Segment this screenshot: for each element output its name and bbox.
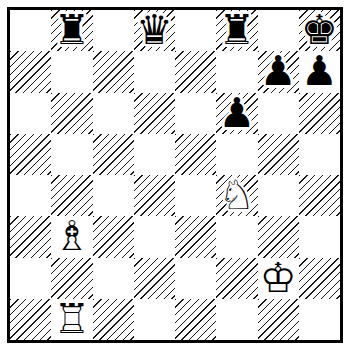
square-g8[interactable] [258,10,299,51]
square-a4[interactable] [10,175,51,216]
square-b6[interactable] [51,93,92,134]
square-a5[interactable] [10,134,51,175]
square-c3[interactable] [93,216,134,257]
square-c5[interactable] [93,134,134,175]
white-king: ♚♔ [258,258,299,299]
square-h6[interactable] [299,93,340,134]
square-f4[interactable]: ♞♘ [216,175,257,216]
square-g4[interactable] [258,175,299,216]
square-b8[interactable]: ♜♜ [51,10,92,51]
piece-glyph: ♘ [216,175,257,216]
square-e8[interactable] [175,10,216,51]
square-b3[interactable]: ♝♗ [51,216,92,257]
square-f8[interactable]: ♜♜ [216,10,257,51]
square-c4[interactable] [93,175,134,216]
square-b7[interactable] [51,51,92,92]
piece-glyph: ♖ [51,299,92,340]
square-b1[interactable]: ♜♖ [51,299,92,340]
black-rook: ♜♜ [216,10,257,51]
piece-glyph: ♛ [134,10,175,51]
square-f6[interactable]: ♟♟ [216,93,257,134]
square-h7[interactable]: ♟♟ [299,51,340,92]
square-e4[interactable] [175,175,216,216]
square-c6[interactable] [93,93,134,134]
square-e1[interactable] [175,299,216,340]
black-pawn: ♟♟ [258,51,299,92]
piece-glyph: ♟ [299,51,340,92]
square-a7[interactable] [10,51,51,92]
square-h4[interactable] [299,175,340,216]
square-a8[interactable] [10,10,51,51]
square-e5[interactable] [175,134,216,175]
square-d8[interactable]: ♛♛ [134,10,175,51]
square-d6[interactable] [134,93,175,134]
piece-glyph: ♟ [258,51,299,92]
piece-glyph: ♗ [51,216,92,257]
square-d4[interactable] [134,175,175,216]
square-c2[interactable] [93,258,134,299]
black-pawn: ♟♟ [216,93,257,134]
square-b2[interactable] [51,258,92,299]
piece-glyph: ♔ [258,258,299,299]
black-king: ♚♚ [299,10,340,51]
square-g3[interactable] [258,216,299,257]
square-e7[interactable] [175,51,216,92]
square-d3[interactable] [134,216,175,257]
square-h1[interactable] [299,299,340,340]
board: ♜♜♛♛♜♜♚♚♟♟♟♟♟♟♞♘♝♗♚♔♜♖ [10,10,340,340]
square-a3[interactable] [10,216,51,257]
white-knight: ♞♘ [216,175,257,216]
square-f5[interactable] [216,134,257,175]
square-f1[interactable] [216,299,257,340]
square-e2[interactable] [175,258,216,299]
square-f3[interactable] [216,216,257,257]
square-h8[interactable]: ♚♚ [299,10,340,51]
black-rook: ♜♜ [51,10,92,51]
square-a6[interactable] [10,93,51,134]
square-g1[interactable] [258,299,299,340]
square-c1[interactable] [93,299,134,340]
square-h2[interactable] [299,258,340,299]
black-pawn: ♟♟ [299,51,340,92]
square-f7[interactable] [216,51,257,92]
piece-glyph: ♜ [216,10,257,51]
piece-glyph: ♜ [51,10,92,51]
square-e3[interactable] [175,216,216,257]
square-g6[interactable] [258,93,299,134]
square-h5[interactable] [299,134,340,175]
square-b5[interactable] [51,134,92,175]
square-g2[interactable]: ♚♔ [258,258,299,299]
square-d1[interactable] [134,299,175,340]
white-bishop: ♝♗ [51,216,92,257]
square-h3[interactable] [299,216,340,257]
square-g5[interactable] [258,134,299,175]
piece-glyph: ♟ [216,93,257,134]
black-queen: ♛♛ [134,10,175,51]
square-f2[interactable] [216,258,257,299]
piece-glyph: ♚ [299,10,340,51]
square-b4[interactable] [51,175,92,216]
square-c8[interactable] [93,10,134,51]
square-d5[interactable] [134,134,175,175]
square-a2[interactable] [10,258,51,299]
square-e6[interactable] [175,93,216,134]
square-a1[interactable] [10,299,51,340]
chess-board-frame: ♜♜♛♛♜♜♚♚♟♟♟♟♟♟♞♘♝♗♚♔♜♖ [7,7,343,343]
white-rook: ♜♖ [51,299,92,340]
square-d2[interactable] [134,258,175,299]
square-g7[interactable]: ♟♟ [258,51,299,92]
square-c7[interactable] [93,51,134,92]
square-d7[interactable] [134,51,175,92]
